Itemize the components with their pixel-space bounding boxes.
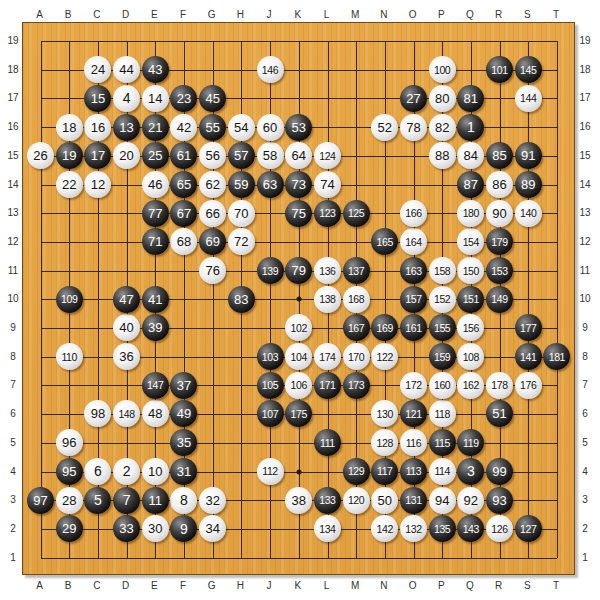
stone-Q16[interactable]: 1 (457, 114, 484, 141)
stone-L5[interactable]: 111 (314, 429, 341, 456)
stone-F12[interactable]: 68 (170, 228, 197, 255)
stone-Q17[interactable]: 81 (457, 85, 484, 112)
stone-K16[interactable]: 53 (285, 114, 312, 141)
stone-C14[interactable]: 12 (84, 171, 111, 198)
stone-P15[interactable]: 88 (429, 142, 456, 169)
stone-R13[interactable]: 90 (486, 200, 513, 227)
stone-O9[interactable]: 161 (400, 314, 427, 341)
row-label-right-15: 15 (579, 149, 590, 160)
stone-B5[interactable]: 96 (56, 429, 83, 456)
stone-H12[interactable]: 72 (228, 228, 255, 255)
column-label-top-H: H (237, 9, 244, 20)
stone-S13[interactable]: 140 (515, 200, 542, 227)
row-label-left-4: 4 (10, 465, 16, 476)
stone-E10[interactable]: 41 (142, 286, 169, 313)
column-label-bottom-J: J (267, 580, 272, 591)
column-label-top-F: F (180, 9, 186, 20)
stone-O6[interactable]: 121 (400, 400, 427, 427)
column-label-top-J: J (267, 9, 272, 20)
stone-P5[interactable]: 115 (429, 429, 456, 456)
column-label-bottom-N: N (380, 580, 387, 591)
stone-O3[interactable]: 131 (400, 487, 427, 514)
column-label-bottom-O: O (409, 580, 417, 591)
column-label-top-O: O (409, 9, 417, 20)
row-label-left-2: 2 (10, 522, 16, 533)
stone-E13[interactable]: 77 (142, 200, 169, 227)
stone-C3[interactable]: 5 (84, 487, 111, 514)
column-label-top-E: E (151, 9, 158, 20)
stone-D8[interactable]: 36 (113, 343, 140, 370)
column-label-top-B: B (65, 9, 72, 20)
stone-Q9[interactable]: 156 (457, 314, 484, 341)
row-label-right-3: 3 (582, 494, 588, 505)
stone-M11[interactable]: 137 (343, 257, 370, 284)
column-label-top-N: N (380, 9, 387, 20)
row-label-left-6: 6 (10, 408, 16, 419)
column-label-top-S: S (524, 9, 531, 20)
stone-Q14[interactable]: 87 (457, 171, 484, 198)
stone-R3[interactable]: 93 (486, 487, 513, 514)
stone-E18[interactable]: 43 (142, 56, 169, 83)
stone-G2[interactable]: 34 (199, 515, 226, 542)
stone-G12[interactable]: 69 (199, 228, 226, 255)
row-label-right-17: 17 (579, 92, 590, 103)
stone-G11[interactable]: 76 (199, 257, 226, 284)
stone-J14[interactable]: 63 (257, 171, 284, 198)
stone-Q8[interactable]: 108 (457, 343, 484, 370)
stone-L8[interactable]: 174 (314, 343, 341, 370)
stone-P9[interactable]: 155 (429, 314, 456, 341)
stone-T8[interactable]: 181 (543, 343, 570, 370)
column-label-bottom-L: L (324, 580, 330, 591)
column-label-bottom-S: S (524, 580, 531, 591)
stone-M13[interactable]: 125 (343, 200, 370, 227)
stone-L2[interactable]: 134 (314, 515, 341, 542)
row-label-right-10: 10 (579, 293, 590, 304)
column-label-top-L: L (324, 9, 330, 20)
stone-A15[interactable]: 26 (27, 142, 54, 169)
stone-N4[interactable]: 117 (371, 458, 398, 485)
stone-F3[interactable]: 8 (170, 487, 197, 514)
column-label-top-G: G (208, 9, 216, 20)
row-label-left-12: 12 (7, 235, 18, 246)
go-board[interactable]: 1234567891011121314151617181920212223242… (22, 22, 575, 575)
stone-O17[interactable]: 27 (400, 85, 427, 112)
stone-K9[interactable]: 102 (285, 314, 312, 341)
row-label-left-15: 15 (7, 149, 18, 160)
stone-D6[interactable]: 148 (113, 400, 140, 427)
stone-S9[interactable]: 177 (515, 314, 542, 341)
stone-P11[interactable]: 158 (429, 257, 456, 284)
column-label-top-D: D (122, 9, 129, 20)
row-label-left-17: 17 (7, 92, 18, 103)
go-game-diagram: 1234567891011121314151617181920212223242… (0, 0, 600, 600)
row-label-right-16: 16 (579, 121, 590, 132)
stone-G15[interactable]: 56 (199, 142, 226, 169)
stone-O11[interactable]: 163 (400, 257, 427, 284)
stone-F13[interactable]: 67 (170, 200, 197, 227)
stone-F14[interactable]: 65 (170, 171, 197, 198)
stone-O13[interactable]: 166 (400, 200, 427, 227)
stone-M3[interactable]: 120 (343, 487, 370, 514)
stone-D18[interactable]: 44 (113, 56, 140, 83)
stone-R10[interactable]: 149 (486, 286, 513, 313)
column-label-bottom-A: A (36, 580, 43, 591)
stone-C4[interactable]: 6 (84, 458, 111, 485)
stone-Q2[interactable]: 143 (457, 515, 484, 542)
stone-L13[interactable]: 123 (314, 200, 341, 227)
column-label-bottom-Q: Q (466, 580, 474, 591)
stone-K15[interactable]: 64 (285, 142, 312, 169)
stone-F17[interactable]: 23 (170, 85, 197, 112)
column-label-bottom-H: H (237, 580, 244, 591)
column-label-bottom-R: R (495, 580, 502, 591)
stone-E14[interactable]: 46 (142, 171, 169, 198)
stone-D2[interactable]: 33 (113, 515, 140, 542)
stone-B8[interactable]: 110 (56, 343, 83, 370)
column-label-top-T: T (553, 9, 559, 20)
stone-S2[interactable]: 127 (515, 515, 542, 542)
column-label-top-C: C (93, 9, 100, 20)
stone-L3[interactable]: 133 (314, 487, 341, 514)
row-label-left-14: 14 (7, 178, 18, 189)
row-label-left-19: 19 (7, 35, 18, 46)
stone-D3[interactable]: 7 (113, 487, 140, 514)
stone-F4[interactable]: 31 (170, 458, 197, 485)
stone-B16[interactable]: 18 (56, 114, 83, 141)
stone-P16[interactable]: 82 (429, 114, 456, 141)
stone-E15[interactable]: 25 (142, 142, 169, 169)
stone-O2[interactable]: 132 (400, 515, 427, 542)
row-label-left-13: 13 (7, 207, 18, 218)
stone-Q10[interactable]: 151 (457, 286, 484, 313)
stone-R4[interactable]: 99 (486, 458, 513, 485)
stone-E9[interactable]: 39 (142, 314, 169, 341)
column-label-bottom-B: B (65, 580, 72, 591)
stone-H16[interactable]: 54 (228, 114, 255, 141)
stone-K6[interactable]: 175 (285, 400, 312, 427)
row-label-right-12: 12 (579, 235, 590, 246)
column-label-top-Q: Q (466, 9, 474, 20)
stone-A3[interactable]: 97 (27, 487, 54, 514)
stone-J16[interactable]: 60 (257, 114, 284, 141)
column-label-bottom-F: F (180, 580, 186, 591)
stone-N9[interactable]: 169 (371, 314, 398, 341)
column-label-top-R: R (495, 9, 502, 20)
stone-K13[interactable]: 75 (285, 200, 312, 227)
column-label-bottom-T: T (553, 580, 559, 591)
row-label-left-3: 3 (10, 494, 16, 505)
stone-K8[interactable]: 104 (285, 343, 312, 370)
stone-Q15[interactable]: 84 (457, 142, 484, 169)
stone-B10[interactable]: 109 (56, 286, 83, 313)
stone-J6[interactable]: 107 (257, 400, 284, 427)
stone-G17[interactable]: 45 (199, 85, 226, 112)
stone-P6[interactable]: 118 (429, 400, 456, 427)
stone-S7[interactable]: 176 (515, 372, 542, 399)
stone-K7[interactable]: 106 (285, 372, 312, 399)
row-label-right-8: 8 (582, 350, 588, 361)
stone-Q13[interactable]: 180 (457, 200, 484, 227)
row-label-right-6: 6 (582, 408, 588, 419)
stone-J11[interactable]: 139 (257, 257, 284, 284)
stone-S15[interactable]: 91 (515, 142, 542, 169)
stone-H10[interactable]: 83 (228, 286, 255, 313)
stone-B3[interactable]: 28 (56, 487, 83, 514)
stone-N16[interactable]: 52 (371, 114, 398, 141)
stone-D15[interactable]: 20 (113, 142, 140, 169)
column-label-top-M: M (351, 9, 359, 20)
stone-L15[interactable]: 124 (314, 142, 341, 169)
stone-P4[interactable]: 114 (429, 458, 456, 485)
stone-Q4[interactable]: 3 (457, 458, 484, 485)
row-label-right-14: 14 (579, 178, 590, 189)
row-label-left-8: 8 (10, 350, 16, 361)
stone-P18[interactable]: 100 (429, 56, 456, 83)
stone-D16[interactable]: 13 (113, 114, 140, 141)
stone-K11[interactable]: 79 (285, 257, 312, 284)
row-label-right-1: 1 (582, 551, 588, 562)
row-label-left-11: 11 (8, 264, 18, 275)
stone-J4[interactable]: 112 (257, 458, 284, 485)
stone-E17[interactable]: 14 (142, 85, 169, 112)
column-label-bottom-D: D (122, 580, 129, 591)
stone-C17[interactable]: 15 (84, 85, 111, 112)
stone-E12[interactable]: 71 (142, 228, 169, 255)
stone-N3[interactable]: 50 (371, 487, 398, 514)
stone-F2[interactable]: 9 (170, 515, 197, 542)
stone-G13[interactable]: 66 (199, 200, 226, 227)
column-label-top-A: A (36, 9, 43, 20)
stone-S8[interactable]: 141 (515, 343, 542, 370)
row-label-right-9: 9 (582, 322, 588, 333)
stone-C16[interactable]: 16 (84, 114, 111, 141)
stone-F15[interactable]: 61 (170, 142, 197, 169)
stone-Q11[interactable]: 150 (457, 257, 484, 284)
stone-R18[interactable]: 101 (486, 56, 513, 83)
stone-F7[interactable]: 37 (170, 372, 197, 399)
stone-N5[interactable]: 128 (371, 429, 398, 456)
stone-J7[interactable]: 105 (257, 372, 284, 399)
stone-C15[interactable]: 17 (84, 142, 111, 169)
stone-D10[interactable]: 47 (113, 286, 140, 313)
stone-P8[interactable]: 159 (429, 343, 456, 370)
stone-E4[interactable]: 10 (142, 458, 169, 485)
stone-R6[interactable]: 51 (486, 400, 513, 427)
row-label-right-13: 13 (579, 207, 590, 218)
stone-F5[interactable]: 35 (170, 429, 197, 456)
stone-O4[interactable]: 113 (400, 458, 427, 485)
row-label-right-7: 7 (582, 379, 588, 390)
stone-O7[interactable]: 172 (400, 372, 427, 399)
stone-E16[interactable]: 21 (142, 114, 169, 141)
stone-M9[interactable]: 167 (343, 314, 370, 341)
stone-B14[interactable]: 22 (56, 171, 83, 198)
stone-G16[interactable]: 55 (199, 114, 226, 141)
stone-E6[interactable]: 48 (142, 400, 169, 427)
column-label-bottom-M: M (351, 580, 359, 591)
stone-Q12[interactable]: 154 (457, 228, 484, 255)
row-label-left-1: 1 (10, 551, 16, 562)
stone-J8[interactable]: 103 (257, 343, 284, 370)
column-label-bottom-G: G (208, 580, 216, 591)
stone-C18[interactable]: 24 (84, 56, 111, 83)
row-label-right-5: 5 (582, 436, 588, 447)
stone-M7[interactable]: 173 (343, 372, 370, 399)
row-label-left-10: 10 (7, 293, 18, 304)
column-label-bottom-P: P (438, 580, 445, 591)
stone-M10[interactable]: 168 (343, 286, 370, 313)
stone-R11[interactable]: 153 (486, 257, 513, 284)
stone-O16[interactable]: 78 (400, 114, 427, 141)
row-label-left-16: 16 (7, 121, 18, 132)
stone-J18[interactable]: 146 (257, 56, 284, 83)
column-label-bottom-K: K (294, 580, 301, 591)
stone-F16[interactable]: 42 (170, 114, 197, 141)
column-label-bottom-E: E (151, 580, 158, 591)
stone-E3[interactable]: 11 (142, 487, 169, 514)
stone-K14[interactable]: 73 (285, 171, 312, 198)
stone-M8[interactable]: 170 (343, 343, 370, 370)
stone-M4[interactable]: 129 (343, 458, 370, 485)
stone-D17[interactable]: 4 (113, 85, 140, 112)
row-label-right-19: 19 (579, 35, 590, 46)
row-label-left-9: 9 (10, 322, 16, 333)
stone-R14[interactable]: 86 (486, 171, 513, 198)
stone-G3[interactable]: 32 (199, 487, 226, 514)
stone-O12[interactable]: 164 (400, 228, 427, 255)
stone-S17[interactable]: 144 (515, 85, 542, 112)
row-label-left-5: 5 (10, 436, 16, 447)
stone-H15[interactable]: 57 (228, 142, 255, 169)
stone-E7[interactable]: 147 (142, 372, 169, 399)
stone-R12[interactable]: 179 (486, 228, 513, 255)
column-label-top-P: P (438, 9, 445, 20)
stone-K3[interactable]: 38 (285, 487, 312, 514)
stone-P7[interactable]: 160 (429, 372, 456, 399)
stone-B15[interactable]: 19 (56, 142, 83, 169)
stone-L7[interactable]: 171 (314, 372, 341, 399)
stone-Q7[interactable]: 162 (457, 372, 484, 399)
stone-L14[interactable]: 74 (314, 171, 341, 198)
stone-P10[interactable]: 152 (429, 286, 456, 313)
row-label-left-18: 18 (7, 63, 18, 74)
row-label-right-4: 4 (582, 465, 588, 476)
row-label-left-7: 7 (10, 379, 16, 390)
stone-P3[interactable]: 94 (429, 487, 456, 514)
stone-B4[interactable]: 95 (56, 458, 83, 485)
stone-N8[interactable]: 122 (371, 343, 398, 370)
stone-H14[interactable]: 59 (228, 171, 255, 198)
stone-R7[interactable]: 178 (486, 372, 513, 399)
stone-P17[interactable]: 80 (429, 85, 456, 112)
stone-P2[interactable]: 135 (429, 515, 456, 542)
row-label-right-2: 2 (582, 522, 588, 533)
stone-H13[interactable]: 70 (228, 200, 255, 227)
stone-Q5[interactable]: 119 (457, 429, 484, 456)
stone-L11[interactable]: 136 (314, 257, 341, 284)
stone-F6[interactable]: 49 (170, 400, 197, 427)
stone-C6[interactable]: 98 (84, 400, 111, 427)
stone-J15[interactable]: 58 (257, 142, 284, 169)
stones-layer: 1234567891011121314151617181920212223242… (26, 27, 571, 572)
stone-N6[interactable]: 130 (371, 400, 398, 427)
column-label-top-K: K (294, 9, 301, 20)
stone-G14[interactable]: 62 (199, 171, 226, 198)
column-label-bottom-C: C (93, 580, 100, 591)
row-label-right-11: 11 (580, 264, 590, 275)
stone-Q3[interactable]: 92 (457, 487, 484, 514)
stone-L10[interactable]: 138 (314, 286, 341, 313)
stone-N12[interactable]: 165 (371, 228, 398, 255)
stone-S18[interactable]: 145 (515, 56, 542, 83)
row-label-right-18: 18 (579, 63, 590, 74)
stone-E2[interactable]: 30 (142, 515, 169, 542)
stone-S14[interactable]: 89 (515, 171, 542, 198)
stone-N2[interactable]: 142 (371, 515, 398, 542)
stone-O5[interactable]: 116 (400, 429, 427, 456)
stone-D9[interactable]: 40 (113, 314, 140, 341)
stone-B2[interactable]: 29 (56, 515, 83, 542)
stone-R15[interactable]: 85 (486, 142, 513, 169)
stone-O10[interactable]: 157 (400, 286, 427, 313)
stone-D4[interactable]: 2 (113, 458, 140, 485)
stone-R2[interactable]: 126 (486, 515, 513, 542)
